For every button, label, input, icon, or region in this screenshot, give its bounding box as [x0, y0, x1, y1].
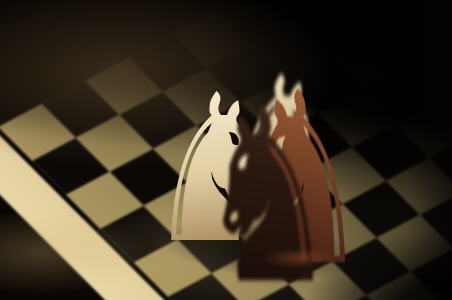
chess-photo-scene: ♞ ♞ ♞ ♞: [0, 0, 452, 300]
dark-knight-front: ♞: [198, 79, 339, 300]
